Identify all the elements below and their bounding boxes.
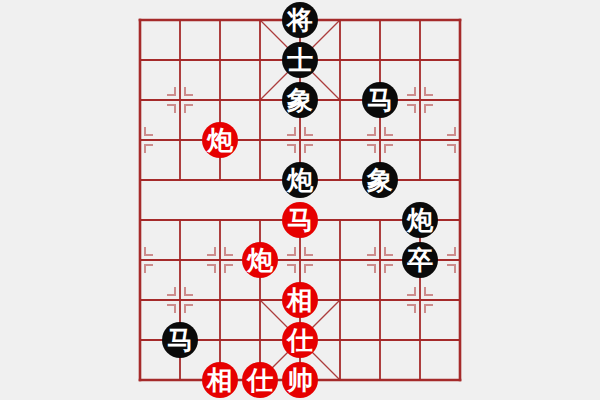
- piece-red-elephant[interactable]: 相: [282, 282, 318, 318]
- piece-black-cannon[interactable]: 炮: [282, 162, 318, 198]
- piece-char: 炮: [207, 127, 233, 153]
- piece-red-elephant[interactable]: 相: [202, 362, 238, 398]
- xiangqi-board[interactable]: 将士象马炮炮象马炮炮卒相马仕相仕帅: [140, 20, 460, 380]
- piece-char: 士: [287, 47, 313, 73]
- piece-black-horse[interactable]: 马: [162, 322, 198, 358]
- piece-black-advisor[interactable]: 士: [282, 42, 318, 78]
- piece-red-advisor[interactable]: 仕: [242, 362, 278, 398]
- piece-black-general[interactable]: 将: [282, 2, 318, 38]
- piece-char: 炮: [407, 207, 433, 233]
- piece-char: 炮: [247, 247, 273, 273]
- piece-red-cannon[interactable]: 炮: [202, 122, 238, 158]
- piece-char: 相: [287, 287, 313, 313]
- piece-char: 帅: [287, 367, 313, 393]
- piece-char: 象: [287, 87, 313, 113]
- piece-char: 马: [367, 87, 393, 113]
- app-background: 将士象马炮炮象马炮炮卒相马仕相仕帅: [0, 0, 600, 400]
- piece-black-cannon[interactable]: 炮: [402, 202, 438, 238]
- piece-char: 马: [287, 207, 313, 233]
- piece-red-cannon[interactable]: 炮: [242, 242, 278, 278]
- piece-red-advisor[interactable]: 仕: [282, 322, 318, 358]
- piece-black-elephant[interactable]: 象: [282, 82, 318, 118]
- piece-black-horse[interactable]: 马: [362, 82, 398, 118]
- piece-char: 相: [207, 367, 233, 393]
- piece-char: 仕: [287, 327, 313, 353]
- piece-black-pawn[interactable]: 卒: [402, 242, 438, 278]
- piece-char: 炮: [287, 167, 313, 193]
- piece-char: 马: [167, 327, 193, 353]
- pieces-layer: 将士象马炮炮象马炮炮卒相马仕相仕帅: [140, 20, 460, 380]
- piece-char: 仕: [247, 367, 273, 393]
- piece-black-elephant[interactable]: 象: [362, 162, 398, 198]
- piece-char: 象: [367, 167, 393, 193]
- piece-char: 卒: [407, 247, 433, 273]
- piece-char: 将: [287, 7, 313, 33]
- piece-red-general[interactable]: 帅: [282, 362, 318, 398]
- piece-red-horse[interactable]: 马: [282, 202, 318, 238]
